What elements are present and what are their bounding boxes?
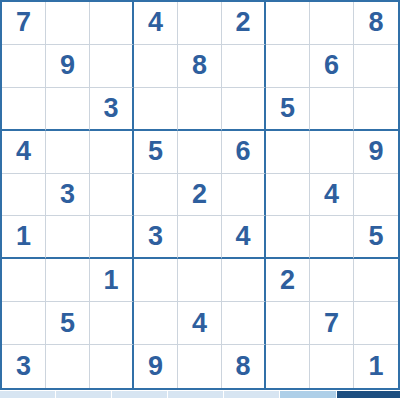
cell-r9c5[interactable] [178, 345, 222, 388]
cell-r9c6[interactable]: 8 [222, 345, 266, 388]
cell-r4c3[interactable] [90, 131, 134, 174]
cell-r6c1[interactable]: 1 [2, 216, 46, 259]
cell-r1c2[interactable] [46, 2, 90, 45]
cell-r9c2[interactable] [46, 345, 90, 388]
cell-r9c1[interactable]: 3 [2, 345, 46, 388]
cell-r8c6[interactable] [222, 302, 266, 345]
cell-r3c7[interactable]: 5 [266, 88, 310, 131]
cell-r9c4[interactable]: 9 [134, 345, 178, 388]
cell-r8c4[interactable] [134, 302, 178, 345]
cell-r9c3[interactable] [90, 345, 134, 388]
cell-r5c3[interactable] [90, 174, 134, 217]
cell-r3c1[interactable] [2, 88, 46, 131]
cell-r1c6[interactable]: 2 [222, 2, 266, 45]
cell-r5c9[interactable] [354, 174, 398, 217]
toolbar-strip-segment [168, 390, 223, 398]
cell-r8c8[interactable]: 7 [310, 302, 354, 345]
cell-r4c7[interactable] [266, 131, 310, 174]
cell-r6c2[interactable] [46, 216, 90, 259]
cell-r2c8[interactable]: 6 [310, 45, 354, 88]
cell-r5c6[interactable] [222, 174, 266, 217]
cell-r3c2[interactable] [46, 88, 90, 131]
cell-r2c9[interactable] [354, 45, 398, 88]
toolbar-strip-segment [224, 390, 279, 398]
cell-r6c3[interactable] [90, 216, 134, 259]
cell-r7c9[interactable] [354, 259, 398, 302]
toolbar-strip-segment-dark [337, 390, 400, 398]
cell-r4c9[interactable]: 9 [354, 131, 398, 174]
cell-r2c1[interactable] [2, 45, 46, 88]
cell-r2c4[interactable] [134, 45, 178, 88]
cell-r4c8[interactable] [310, 131, 354, 174]
cell-r1c5[interactable] [178, 2, 222, 45]
cell-r3c9[interactable] [354, 88, 398, 131]
cell-r8c9[interactable] [354, 302, 398, 345]
cell-r1c4[interactable]: 4 [134, 2, 178, 45]
cell-r3c5[interactable] [178, 88, 222, 131]
cell-r8c5[interactable]: 4 [178, 302, 222, 345]
cell-r1c3[interactable] [90, 2, 134, 45]
cell-r7c6[interactable] [222, 259, 266, 302]
cell-r1c1[interactable]: 7 [2, 2, 46, 45]
cell-r1c9[interactable]: 8 [354, 2, 398, 45]
cell-r5c4[interactable] [134, 174, 178, 217]
cell-r8c7[interactable] [266, 302, 310, 345]
cell-r9c8[interactable] [310, 345, 354, 388]
cell-r4c5[interactable] [178, 131, 222, 174]
cell-r7c1[interactable] [2, 259, 46, 302]
cell-r7c2[interactable] [46, 259, 90, 302]
toolbar-strip-segment [112, 390, 167, 398]
cell-r2c6[interactable] [222, 45, 266, 88]
cell-r2c7[interactable] [266, 45, 310, 88]
cell-r5c5[interactable]: 2 [178, 174, 222, 217]
cell-r4c1[interactable]: 4 [2, 131, 46, 174]
sudoku-board: 74289863545693241345125473981 [0, 0, 400, 390]
cell-r7c7[interactable]: 2 [266, 259, 310, 302]
cell-r4c2[interactable] [46, 131, 90, 174]
cell-r5c7[interactable] [266, 174, 310, 217]
sudoku-screen: 74289863545693241345125473981 [0, 0, 400, 398]
cell-r9c7[interactable] [266, 345, 310, 388]
cell-r8c3[interactable] [90, 302, 134, 345]
toolbar-strip-segment-highlight [280, 390, 336, 398]
cropped-bottom-toolbar [0, 390, 400, 398]
cell-r5c8[interactable]: 4 [310, 174, 354, 217]
cell-r2c2[interactable]: 9 [46, 45, 90, 88]
cell-r7c3[interactable]: 1 [90, 259, 134, 302]
cell-r6c5[interactable] [178, 216, 222, 259]
cell-r9c9[interactable]: 1 [354, 345, 398, 388]
cell-r6c4[interactable]: 3 [134, 216, 178, 259]
toolbar-strip-segment [56, 390, 111, 398]
cell-r7c8[interactable] [310, 259, 354, 302]
cell-r7c5[interactable] [178, 259, 222, 302]
cell-r7c4[interactable] [134, 259, 178, 302]
cell-r5c2[interactable]: 3 [46, 174, 90, 217]
cell-r8c1[interactable] [2, 302, 46, 345]
cell-r3c4[interactable] [134, 88, 178, 131]
toolbar-strip-segment [0, 390, 55, 398]
cell-r4c4[interactable]: 5 [134, 131, 178, 174]
cell-r1c8[interactable] [310, 2, 354, 45]
cell-r5c1[interactable] [2, 174, 46, 217]
cell-r3c3[interactable]: 3 [90, 88, 134, 131]
cell-r3c8[interactable] [310, 88, 354, 131]
cell-r1c7[interactable] [266, 2, 310, 45]
cell-r4c6[interactable]: 6 [222, 131, 266, 174]
cell-r2c5[interactable]: 8 [178, 45, 222, 88]
cell-r6c8[interactable] [310, 216, 354, 259]
cell-r6c9[interactable]: 5 [354, 216, 398, 259]
cell-r3c6[interactable] [222, 88, 266, 131]
cell-r2c3[interactable] [90, 45, 134, 88]
cell-r6c7[interactable] [266, 216, 310, 259]
cell-r6c6[interactable]: 4 [222, 216, 266, 259]
cell-r8c2[interactable]: 5 [46, 302, 90, 345]
